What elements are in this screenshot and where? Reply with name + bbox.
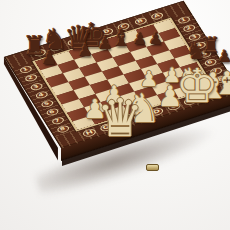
dark-pawn-d2[interactable]: ♟ xyxy=(97,35,112,52)
dark-pawn-a2[interactable]: ♟ xyxy=(149,31,163,47)
dark-pawn-g2[interactable]: ♟ xyxy=(41,49,57,67)
dark-pawn-a4[interactable]: ♟ xyxy=(218,49,230,65)
brass-clasp-icon xyxy=(146,164,159,171)
white-queen-f8[interactable]: ♛ xyxy=(97,92,144,144)
dark-pawn-e2[interactable]: ♟ xyxy=(77,42,92,59)
chess-set-photo: 11HH22GG33FF44EE55DD66CC77BB88AA ♟♟♝♚♟♞♛… xyxy=(0,0,230,230)
dark-pawn-b2[interactable]: ♟ xyxy=(133,31,147,47)
dark-bishop-c2[interactable]: ♝ xyxy=(111,27,132,50)
white-pawn-c8[interactable]: ♟ xyxy=(157,83,182,111)
